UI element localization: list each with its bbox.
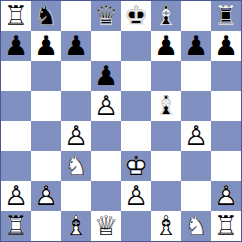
piece-outline-glyph: ♗	[151, 211, 181, 241]
square-h1[interactable]: ♜♖	[211, 211, 241, 241]
square-a7[interactable]: ♟	[1, 31, 31, 61]
piece-outline-glyph: ♔	[121, 151, 151, 181]
square-c3[interactable]: ♞♘	[61, 151, 91, 181]
square-f4[interactable]	[151, 121, 181, 151]
square-f2[interactable]	[151, 181, 181, 211]
square-c6[interactable]	[61, 61, 91, 91]
square-f3[interactable]	[151, 151, 181, 181]
square-a2[interactable]: ♟♙	[1, 181, 31, 211]
square-g6[interactable]	[181, 61, 211, 91]
piece-outline-glyph: ♕	[91, 211, 121, 241]
square-b5[interactable]	[31, 91, 61, 121]
square-d2[interactable]	[91, 181, 121, 211]
square-a8[interactable]: ♜♖	[1, 1, 31, 31]
piece-outline-glyph: ♙	[61, 121, 91, 151]
square-b3[interactable]	[31, 151, 61, 181]
square-g1[interactable]: ♞♘	[181, 211, 211, 241]
square-g7[interactable]: ♟	[181, 31, 211, 61]
square-e1[interactable]	[121, 211, 151, 241]
piece-outline-glyph: ♘	[61, 151, 91, 181]
square-g4[interactable]: ♟♙	[181, 121, 211, 151]
square-f6[interactable]	[151, 61, 181, 91]
square-h2[interactable]: ♟♙	[211, 181, 241, 211]
square-c8[interactable]	[61, 1, 91, 31]
square-d8[interactable]: ♛♕	[91, 1, 121, 31]
square-h8[interactable]: ♜♖	[211, 1, 241, 31]
square-d4[interactable]	[91, 121, 121, 151]
square-c5[interactable]	[61, 91, 91, 121]
square-h3[interactable]	[211, 151, 241, 181]
square-e5[interactable]	[121, 91, 151, 121]
black-bishop: ♝♗	[151, 1, 181, 31]
piece-outline-glyph: ♖	[1, 211, 31, 241]
square-b6[interactable]	[31, 61, 61, 91]
piece-fill-glyph: ♟	[151, 31, 181, 61]
square-a1[interactable]: ♜♖	[1, 211, 31, 241]
piece-outline-glyph: ♗	[151, 91, 181, 121]
black-pawn: ♟	[181, 31, 211, 61]
square-a4[interactable]	[1, 121, 31, 151]
piece-fill-glyph: ♟	[91, 61, 121, 91]
square-f1[interactable]: ♝♗	[151, 211, 181, 241]
square-b2[interactable]: ♟♙	[31, 181, 61, 211]
black-pawn: ♟	[31, 31, 61, 61]
chess-board: ♜♖♞♘♛♕♚♔♝♗♜♖♟♟♟♟♟♟♟♟♙♝♗♟♙♟♙♞♘♚♔♟♙♟♙♟♙♟♙♜…	[0, 0, 242, 242]
piece-outline-glyph: ♘	[181, 211, 211, 241]
square-d5[interactable]: ♟♙	[91, 91, 121, 121]
black-pawn: ♟	[211, 31, 241, 61]
piece-outline-glyph: ♙	[31, 181, 61, 211]
white-queen: ♛♕	[91, 211, 121, 241]
white-pawn: ♟♙	[211, 181, 241, 211]
square-d3[interactable]	[91, 151, 121, 181]
white-knight: ♞♘	[181, 211, 211, 241]
square-g8[interactable]	[181, 1, 211, 31]
square-f7[interactable]: ♟	[151, 31, 181, 61]
square-c4[interactable]: ♟♙	[61, 121, 91, 151]
square-c7[interactable]: ♟	[61, 31, 91, 61]
square-e4[interactable]	[121, 121, 151, 151]
piece-outline-glyph: ♕	[91, 1, 121, 31]
white-bishop: ♝♗	[61, 211, 91, 241]
square-b7[interactable]: ♟	[31, 31, 61, 61]
square-f5[interactable]: ♝♗	[151, 91, 181, 121]
piece-fill-glyph: ♟	[31, 31, 61, 61]
white-pawn: ♟♙	[181, 121, 211, 151]
square-b1[interactable]	[31, 211, 61, 241]
square-h4[interactable]	[211, 121, 241, 151]
piece-outline-glyph: ♙	[121, 181, 151, 211]
white-knight: ♞♘	[61, 151, 91, 181]
white-pawn: ♟♙	[91, 91, 121, 121]
square-a6[interactable]	[1, 61, 31, 91]
black-bishop: ♝♗	[151, 91, 181, 121]
piece-fill-glyph: ♟	[61, 31, 91, 61]
white-bishop: ♝♗	[151, 211, 181, 241]
black-queen: ♛♕	[91, 1, 121, 31]
square-e7[interactable]	[121, 31, 151, 61]
white-pawn: ♟♙	[121, 181, 151, 211]
black-pawn: ♟	[151, 31, 181, 61]
piece-outline-glyph: ♖	[211, 1, 241, 31]
square-g3[interactable]	[181, 151, 211, 181]
piece-outline-glyph: ♔	[121, 1, 151, 31]
square-a3[interactable]	[1, 151, 31, 181]
piece-outline-glyph: ♘	[31, 1, 61, 31]
white-pawn: ♟♙	[1, 181, 31, 211]
square-d6[interactable]: ♟	[91, 61, 121, 91]
white-rook: ♜♖	[211, 211, 241, 241]
white-king: ♚♔	[121, 151, 151, 181]
black-king: ♚♔	[121, 1, 151, 31]
black-rook: ♜♖	[211, 1, 241, 31]
square-e2[interactable]: ♟♙	[121, 181, 151, 211]
white-pawn: ♟♙	[31, 181, 61, 211]
square-d1[interactable]: ♛♕	[91, 211, 121, 241]
square-c2[interactable]	[61, 181, 91, 211]
square-g2[interactable]	[181, 181, 211, 211]
square-f8[interactable]: ♝♗	[151, 1, 181, 31]
square-d7[interactable]	[91, 31, 121, 61]
square-h7[interactable]: ♟	[211, 31, 241, 61]
white-pawn: ♟♙	[61, 121, 91, 151]
piece-outline-glyph: ♙	[1, 181, 31, 211]
square-e3[interactable]: ♚♔	[121, 151, 151, 181]
square-b4[interactable]	[31, 121, 61, 151]
square-e8[interactable]: ♚♔	[121, 1, 151, 31]
square-b8[interactable]: ♞♘	[31, 1, 61, 31]
square-e6[interactable]	[121, 61, 151, 91]
piece-outline-glyph: ♗	[61, 211, 91, 241]
black-pawn: ♟	[61, 31, 91, 61]
piece-fill-glyph: ♟	[1, 31, 31, 61]
piece-fill-glyph: ♟	[211, 31, 241, 61]
square-h6[interactable]	[211, 61, 241, 91]
black-pawn: ♟	[1, 31, 31, 61]
square-c1[interactable]: ♝♗	[61, 211, 91, 241]
black-knight: ♞♘	[31, 1, 61, 31]
square-g5[interactable]	[181, 91, 211, 121]
white-rook: ♜♖	[1, 1, 31, 31]
piece-outline-glyph: ♖	[211, 211, 241, 241]
square-a5[interactable]	[1, 91, 31, 121]
white-rook: ♜♖	[1, 211, 31, 241]
piece-outline-glyph: ♙	[211, 181, 241, 211]
piece-fill-glyph: ♟	[181, 31, 211, 61]
piece-outline-glyph: ♙	[91, 91, 121, 121]
square-h5[interactable]	[211, 91, 241, 121]
piece-outline-glyph: ♙	[181, 121, 211, 151]
piece-outline-glyph: ♗	[151, 1, 181, 31]
black-pawn: ♟	[91, 61, 121, 91]
piece-outline-glyph: ♖	[1, 1, 31, 31]
